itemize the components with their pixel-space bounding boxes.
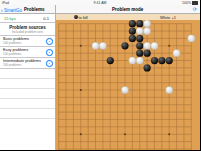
white-stone bbox=[99, 42, 106, 49]
section-subtitle: Included problem sets bbox=[0, 30, 55, 34]
black-stone bbox=[128, 35, 135, 42]
white-stone bbox=[172, 50, 179, 57]
go-board-grid[interactable] bbox=[56, 20, 195, 150]
list-item-intermediate-problems[interactable]: Intermediate problems 200 problems ⇣ bbox=[0, 58, 55, 69]
black-stone bbox=[136, 20, 143, 27]
black-stone bbox=[136, 42, 143, 49]
white-stone bbox=[150, 42, 157, 49]
white-stone bbox=[143, 42, 150, 49]
black-stone bbox=[106, 57, 113, 64]
left-panel-title: Problems bbox=[24, 7, 45, 12]
download-icon[interactable]: ⇣ bbox=[46, 60, 53, 67]
empty-row-separator bbox=[0, 79, 55, 89]
score-label: 0-1 bbox=[43, 16, 49, 21]
black-stone-icon bbox=[74, 15, 78, 19]
black-stone bbox=[158, 57, 165, 64]
white-stone bbox=[91, 42, 98, 49]
back-chevron-icon: ‹ bbox=[1, 7, 3, 13]
list-item-basic-problems[interactable]: Basic problems 100 problems ⇣ bbox=[0, 36, 55, 47]
white-stone bbox=[136, 27, 143, 34]
black-stone bbox=[136, 50, 143, 57]
white-stone bbox=[128, 57, 135, 64]
empty-row-separator bbox=[0, 89, 55, 99]
section-title: Problem sources bbox=[0, 23, 55, 30]
empty-row-separator bbox=[0, 69, 55, 79]
white-stone bbox=[121, 86, 128, 93]
black-stone bbox=[136, 35, 143, 42]
empty-row-separator bbox=[0, 109, 55, 119]
sidebar: 15 kyu 0-1 Problem sources Included prob… bbox=[0, 14, 56, 151]
black-stone bbox=[128, 27, 135, 34]
go-board[interactable] bbox=[56, 20, 201, 150]
rank-row: 15 kyu 0-1 bbox=[0, 14, 55, 23]
download-icon[interactable]: ⇣ bbox=[46, 38, 53, 45]
section-header: Problem sources Included problem sets bbox=[0, 23, 55, 36]
next-problem-icon[interactable]: ⟳ bbox=[193, 6, 197, 12]
white-stone bbox=[136, 57, 143, 64]
black-stone bbox=[150, 57, 157, 64]
list-item-easy-problems[interactable]: Easy problems 150 problems ⇣ bbox=[0, 47, 55, 58]
rank-label: 15 kyu bbox=[4, 16, 16, 21]
black-stone bbox=[121, 42, 128, 49]
black-stone bbox=[143, 50, 150, 57]
page-title: Problem mode bbox=[56, 7, 201, 12]
goal-label: to kill bbox=[74, 15, 88, 20]
white-stone bbox=[165, 86, 172, 93]
black-stone bbox=[128, 20, 135, 27]
back-button[interactable]: ‹ SmartGo bbox=[1, 7, 22, 13]
clock-label: 9:41 AM bbox=[0, 1, 200, 5]
app-screen: { "game": "go", "status_bar": { "left": … bbox=[0, 0, 200, 150]
black-stone bbox=[165, 57, 172, 64]
white-stone bbox=[143, 27, 150, 34]
white-stone bbox=[143, 20, 150, 27]
black-stone bbox=[143, 64, 150, 71]
white-stone bbox=[187, 35, 194, 42]
empty-row-separator bbox=[0, 99, 55, 109]
download-icon[interactable]: ⇣ bbox=[46, 49, 53, 56]
